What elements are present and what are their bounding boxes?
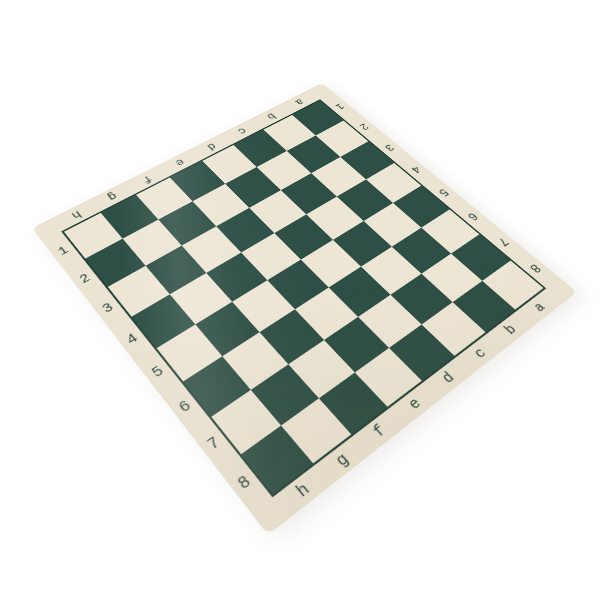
photo-background: hgfedcba hgfedcba 12345678 12345678	[0, 0, 600, 600]
board-grid	[61, 99, 546, 497]
chess-board: hgfedcba hgfedcba 12345678 12345678	[32, 83, 577, 535]
